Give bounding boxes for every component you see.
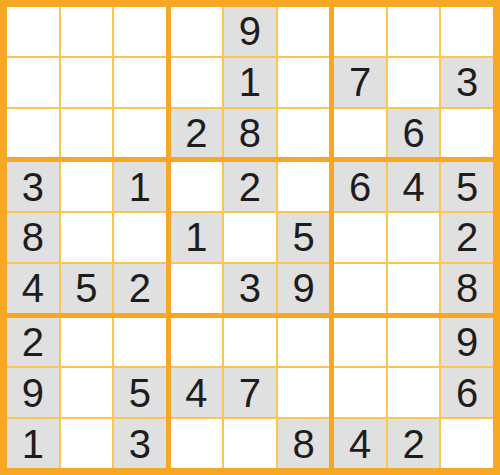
cell-r4c8[interactable]: 4 bbox=[388, 162, 440, 211]
cell-r2c8[interactable] bbox=[388, 58, 440, 107]
cell-r4c5[interactable]: 2 bbox=[224, 162, 276, 211]
cell-r3c9[interactable] bbox=[441, 109, 493, 158]
cell-r1c9[interactable] bbox=[441, 7, 493, 56]
cell-r7c9[interactable]: 9 bbox=[441, 318, 493, 367]
cell-r3c6[interactable] bbox=[278, 109, 330, 158]
cell-r8c7[interactable] bbox=[334, 368, 386, 417]
cell-r7c6[interactable] bbox=[278, 318, 330, 367]
cell-r2c5[interactable]: 1 bbox=[224, 58, 276, 107]
cell-r1c7[interactable] bbox=[334, 7, 386, 56]
cell-r5c3[interactable] bbox=[114, 213, 166, 262]
box-r1c2: 9128 bbox=[171, 7, 330, 157]
sudoku-board: 91287363184522153964528295134789642 bbox=[0, 0, 500, 475]
cell-r4c6[interactable] bbox=[278, 162, 330, 211]
cell-r6c5[interactable]: 3 bbox=[224, 264, 276, 313]
cell-r3c5[interactable]: 8 bbox=[224, 109, 276, 158]
cell-r1c1[interactable] bbox=[7, 7, 59, 56]
box-r2c1: 318452 bbox=[7, 162, 166, 312]
cell-r1c8[interactable] bbox=[388, 7, 440, 56]
cell-r2c6[interactable] bbox=[278, 58, 330, 107]
cell-r2c9[interactable]: 3 bbox=[441, 58, 493, 107]
cell-r8c8[interactable] bbox=[388, 368, 440, 417]
cell-r7c1[interactable]: 2 bbox=[7, 318, 59, 367]
cell-r3c7[interactable] bbox=[334, 109, 386, 158]
cell-r6c9[interactable]: 8 bbox=[441, 264, 493, 313]
cell-r4c3[interactable]: 1 bbox=[114, 162, 166, 211]
cell-r8c2[interactable] bbox=[61, 368, 113, 417]
cell-r5c6[interactable]: 5 bbox=[278, 213, 330, 262]
cell-r9c5[interactable] bbox=[224, 419, 276, 468]
cell-r9c7[interactable]: 4 bbox=[334, 419, 386, 468]
cell-r9c4[interactable] bbox=[171, 419, 223, 468]
cell-r1c3[interactable] bbox=[114, 7, 166, 56]
box-r2c2: 21539 bbox=[171, 162, 330, 312]
cell-r1c6[interactable] bbox=[278, 7, 330, 56]
cell-r2c7[interactable]: 7 bbox=[334, 58, 386, 107]
cell-r9c1[interactable]: 1 bbox=[7, 419, 59, 468]
box-r3c1: 29513 bbox=[7, 318, 166, 468]
cell-r6c2[interactable]: 5 bbox=[61, 264, 113, 313]
cell-r3c8[interactable]: 6 bbox=[388, 109, 440, 158]
cell-r5c9[interactable]: 2 bbox=[441, 213, 493, 262]
cell-r2c2[interactable] bbox=[61, 58, 113, 107]
cell-r7c8[interactable] bbox=[388, 318, 440, 367]
cell-r4c7[interactable]: 6 bbox=[334, 162, 386, 211]
cell-r7c7[interactable] bbox=[334, 318, 386, 367]
box-r1c3: 736 bbox=[334, 7, 493, 157]
cell-r8c5[interactable]: 7 bbox=[224, 368, 276, 417]
cell-r1c5[interactable]: 9 bbox=[224, 7, 276, 56]
cell-r8c3[interactable]: 5 bbox=[114, 368, 166, 417]
cell-r5c7[interactable] bbox=[334, 213, 386, 262]
cell-r8c1[interactable]: 9 bbox=[7, 368, 59, 417]
cell-r1c2[interactable] bbox=[61, 7, 113, 56]
cell-r2c4[interactable] bbox=[171, 58, 223, 107]
cell-r3c1[interactable] bbox=[7, 109, 59, 158]
cell-r4c9[interactable]: 5 bbox=[441, 162, 493, 211]
box-r3c2: 478 bbox=[171, 318, 330, 468]
cell-r5c1[interactable]: 8 bbox=[7, 213, 59, 262]
cell-r2c3[interactable] bbox=[114, 58, 166, 107]
cell-r5c4[interactable]: 1 bbox=[171, 213, 223, 262]
cell-r6c3[interactable]: 2 bbox=[114, 264, 166, 313]
cell-r6c6[interactable]: 9 bbox=[278, 264, 330, 313]
box-r2c3: 64528 bbox=[334, 162, 493, 312]
cell-r9c3[interactable]: 3 bbox=[114, 419, 166, 468]
cell-r4c1[interactable]: 3 bbox=[7, 162, 59, 211]
cell-r6c8[interactable] bbox=[388, 264, 440, 313]
cell-r6c1[interactable]: 4 bbox=[7, 264, 59, 313]
cell-r4c2[interactable] bbox=[61, 162, 113, 211]
cell-r9c9[interactable] bbox=[441, 419, 493, 468]
cell-r7c5[interactable] bbox=[224, 318, 276, 367]
cell-r9c6[interactable]: 8 bbox=[278, 419, 330, 468]
cell-r4c4[interactable] bbox=[171, 162, 223, 211]
cell-r6c4[interactable] bbox=[171, 264, 223, 313]
cell-r9c8[interactable]: 2 bbox=[388, 419, 440, 468]
cell-r7c2[interactable] bbox=[61, 318, 113, 367]
cell-r8c9[interactable]: 6 bbox=[441, 368, 493, 417]
cell-r5c2[interactable] bbox=[61, 213, 113, 262]
cell-r8c4[interactable]: 4 bbox=[171, 368, 223, 417]
cell-r1c4[interactable] bbox=[171, 7, 223, 56]
cell-r7c3[interactable] bbox=[114, 318, 166, 367]
cell-r2c1[interactable] bbox=[7, 58, 59, 107]
cell-r3c3[interactable] bbox=[114, 109, 166, 158]
cell-r7c4[interactable] bbox=[171, 318, 223, 367]
cell-r8c6[interactable] bbox=[278, 368, 330, 417]
cell-r3c4[interactable]: 2 bbox=[171, 109, 223, 158]
cell-r3c2[interactable] bbox=[61, 109, 113, 158]
box-r1c1 bbox=[7, 7, 166, 157]
cell-r5c5[interactable] bbox=[224, 213, 276, 262]
cell-r9c2[interactable] bbox=[61, 419, 113, 468]
cell-r5c8[interactable] bbox=[388, 213, 440, 262]
box-r3c3: 9642 bbox=[334, 318, 493, 468]
cell-r6c7[interactable] bbox=[334, 264, 386, 313]
